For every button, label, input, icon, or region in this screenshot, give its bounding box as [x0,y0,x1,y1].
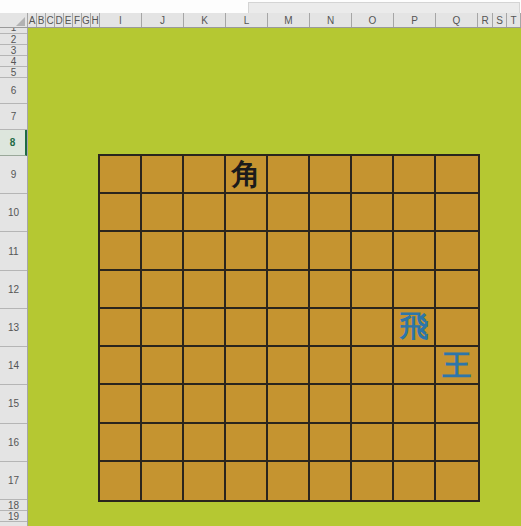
board-cell[interactable] [352,424,394,462]
excel-window: ABCDEFGHIJKLMNOPQRST 1234567891011121314… [0,0,521,526]
board-cell[interactable] [310,309,352,347]
column-header-A[interactable]: A [28,13,37,27]
row-headers: 12345678910111213141516171819 [0,28,28,526]
column-header-P[interactable]: P [394,13,436,27]
column-header-F[interactable]: F [73,13,82,27]
board-cell[interactable] [142,232,184,270]
board-cell[interactable] [352,194,394,232]
board-cell[interactable] [184,385,226,423]
board-cell[interactable] [100,232,142,270]
board-cell[interactable] [226,232,268,270]
board-cell[interactable] [310,424,352,462]
board-cell[interactable] [394,271,436,309]
board-cell[interactable] [142,194,184,232]
board-cell[interactable] [100,309,142,347]
board-cell[interactable] [100,271,142,309]
piece-king: 王 [443,351,472,380]
board-cell[interactable] [352,271,394,309]
row-header-5[interactable]: 5 [0,67,27,78]
board-cell[interactable]: 王 [436,347,478,385]
row-header-4[interactable]: 4 [0,56,27,67]
piece-rook: 飛 [400,312,429,341]
row-header-14[interactable]: 14 [0,347,27,385]
board-cell[interactable] [310,462,352,500]
board-cell[interactable] [394,424,436,462]
row-header-6[interactable]: 6 [0,78,27,104]
board-cell[interactable] [226,271,268,309]
board-cell[interactable] [142,347,184,385]
board-cell[interactable] [184,309,226,347]
board-cell[interactable] [226,385,268,423]
board-cell[interactable] [436,385,478,423]
board-cell[interactable] [352,462,394,500]
board-cell[interactable] [394,385,436,423]
column-header-C[interactable]: C [46,13,55,27]
board-cell[interactable] [436,232,478,270]
column-header-J[interactable]: J [142,13,184,27]
column-header-B[interactable]: B [37,13,46,27]
column-header-Q[interactable]: Q [436,13,478,27]
board-cell[interactable] [100,424,142,462]
board-cell[interactable] [184,156,226,194]
board-cell[interactable] [352,347,394,385]
board-cell[interactable] [436,424,478,462]
formula-bar-remnant [0,0,521,13]
board-cell[interactable] [100,156,142,194]
board-cell[interactable] [142,462,184,500]
column-header-T[interactable]: T [507,13,521,27]
board-cell[interactable]: 飛 [394,309,436,347]
board-cell[interactable] [226,462,268,500]
board-cell[interactable] [268,194,310,232]
column-header-G[interactable]: G [82,13,91,27]
board-cell[interactable] [394,232,436,270]
board-cell[interactable] [268,347,310,385]
column-header-E[interactable]: E [64,13,73,27]
board-cell[interactable] [268,424,310,462]
formula-bar-edge [248,2,520,13]
board-cell[interactable] [310,232,352,270]
select-all-corner[interactable] [0,13,28,27]
board-cell[interactable] [394,194,436,232]
row-header-10[interactable]: 10 [0,194,27,232]
board-cell[interactable] [352,309,394,347]
board-cell[interactable] [436,462,478,500]
board-cell[interactable] [352,385,394,423]
board-cell[interactable] [310,347,352,385]
board-cell[interactable] [184,194,226,232]
column-header-R[interactable]: R [478,13,493,27]
board-cell[interactable] [394,156,436,194]
board-cell[interactable] [436,156,478,194]
board-cell[interactable] [310,271,352,309]
column-header-K[interactable]: K [184,13,226,27]
shogi-board: 角飛王 [98,154,480,502]
row-header-8[interactable]: 8 [0,130,27,156]
row-header-13[interactable]: 13 [0,309,27,347]
column-header-I[interactable]: I [100,13,142,27]
row-header-17[interactable]: 17 [0,462,27,501]
board-cell[interactable] [310,194,352,232]
board-cell[interactable] [142,156,184,194]
board-cell[interactable] [184,347,226,385]
board-cell[interactable] [226,347,268,385]
row-header-9[interactable]: 9 [0,156,27,194]
board-cell[interactable] [310,385,352,423]
board-cell[interactable] [436,271,478,309]
board-cell[interactable] [142,309,184,347]
column-header-M[interactable]: M [268,13,310,27]
piece-bishop: 角 [232,160,261,189]
row-header-16[interactable]: 16 [0,424,27,462]
board-cell[interactable] [268,462,310,500]
column-header-O[interactable]: O [352,13,394,27]
board-cell[interactable] [268,309,310,347]
row-header-15[interactable]: 15 [0,385,27,423]
board-cell[interactable] [268,232,310,270]
board-cell[interactable] [226,424,268,462]
board-cell[interactable] [268,271,310,309]
board-cell[interactable] [142,424,184,462]
board-cell[interactable]: 角 [226,156,268,194]
board-cell[interactable] [100,462,142,500]
board-cell[interactable] [436,194,478,232]
board-cell[interactable] [310,156,352,194]
select-all-triangle-icon [16,17,25,26]
board-cell[interactable] [352,232,394,270]
board-cell[interactable] [268,156,310,194]
board-cell[interactable] [184,462,226,500]
board-cell[interactable] [184,424,226,462]
board-cell[interactable] [268,385,310,423]
board-cell[interactable] [184,232,226,270]
row-header-19[interactable]: 19 [0,511,27,522]
row-header-18[interactable]: 18 [0,500,27,511]
board-cell[interactable] [142,271,184,309]
column-header-D[interactable]: D [55,13,64,27]
board-cell[interactable] [100,347,142,385]
board-cell[interactable] [394,347,436,385]
column-header-N[interactable]: N [310,13,352,27]
row-header-3[interactable]: 3 [0,45,27,56]
row-header-2[interactable]: 2 [0,34,27,45]
column-header-L[interactable]: L [226,13,268,27]
board-cell[interactable] [352,156,394,194]
column-header-S[interactable]: S [493,13,507,27]
board-cell[interactable] [394,462,436,500]
board-cell[interactable] [226,309,268,347]
row-header-7[interactable]: 7 [0,104,27,130]
board-cell[interactable] [226,194,268,232]
board-cell[interactable] [436,309,478,347]
row-header-11[interactable]: 11 [0,232,27,270]
board-cell[interactable] [184,271,226,309]
column-header-H[interactable]: H [91,13,100,27]
board-cell[interactable] [100,385,142,423]
row-header-12[interactable]: 12 [0,271,27,309]
board-cell[interactable] [100,194,142,232]
column-headers: ABCDEFGHIJKLMNOPQRST [0,13,521,28]
board-cell[interactable] [142,385,184,423]
